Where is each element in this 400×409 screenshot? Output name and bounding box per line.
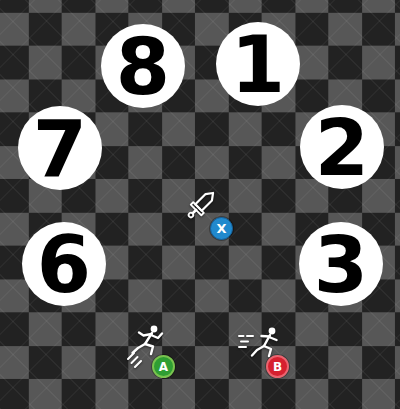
number-circle-1[interactable]: 1: [216, 22, 300, 106]
number-circle-8-label: 8: [116, 28, 170, 106]
badge-b[interactable]: B: [266, 355, 289, 378]
number-circle-3-label: 3: [314, 226, 368, 304]
number-circle-3[interactable]: 3: [299, 222, 383, 306]
number-circle-2-label: 2: [315, 109, 369, 187]
checkerboard-background: 1 2 3 6 7 8 X: [0, 0, 400, 409]
number-circle-6[interactable]: 6: [22, 222, 106, 306]
number-circle-2[interactable]: 2: [300, 105, 384, 189]
number-circle-1-label: 1: [231, 26, 285, 104]
badge-a-label: A: [159, 361, 168, 373]
number-circle-7-label: 7: [33, 110, 87, 188]
badge-b-label: B: [273, 361, 282, 373]
badge-a[interactable]: A: [152, 355, 175, 378]
badge-x[interactable]: X: [210, 217, 233, 240]
number-circle-6-label: 6: [37, 226, 91, 304]
number-circle-7[interactable]: 7: [18, 106, 102, 190]
number-circle-8[interactable]: 8: [101, 24, 185, 108]
badge-x-label: X: [216, 222, 226, 235]
